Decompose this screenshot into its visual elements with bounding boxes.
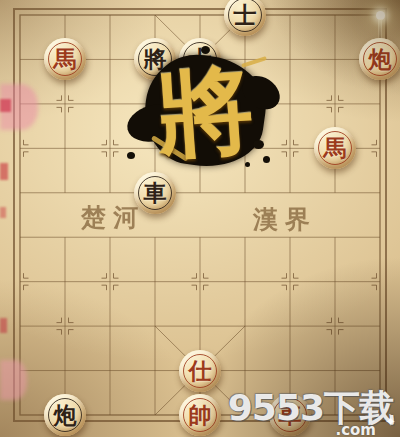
piece-character: 士 xyxy=(224,0,266,36)
piece-character: 馬 xyxy=(314,127,356,169)
piece-red-general[interactable]: 帥 xyxy=(179,394,221,436)
ink-speck xyxy=(263,156,270,163)
piece-character: 炮 xyxy=(44,394,86,436)
ink-speck xyxy=(201,46,210,54)
piece-black-advisor[interactable]: 士 xyxy=(224,0,266,36)
piece-red-chariot[interactable]: 車 xyxy=(269,394,311,436)
piece-red-horse[interactable]: 馬 xyxy=(314,127,356,169)
piece-red-cannon[interactable]: 炮 xyxy=(359,38,400,80)
piece-character: 馬 xyxy=(44,38,86,80)
piece-character: 車 xyxy=(134,172,176,214)
piece-red-advisor[interactable]: 仕 xyxy=(179,350,221,392)
check-announcement-text: 將 xyxy=(149,55,260,170)
piece-red-horse[interactable]: 馬 xyxy=(44,38,86,80)
piece-black-chariot[interactable]: 車 xyxy=(134,172,176,214)
piece-character: 炮 xyxy=(359,38,400,80)
piece-character: 仕 xyxy=(179,350,221,392)
piece-character: 帥 xyxy=(179,394,221,436)
piece-character: 車 xyxy=(269,394,311,436)
river-label-han: 漢界 xyxy=(253,203,317,236)
xiangqi-game-screen: 楚河 漢界 士馬將士炮馬車仕炮帥車 將 9553下载 .com ✦ xyxy=(0,0,400,437)
last-move-origin-glow-dot xyxy=(376,11,385,20)
piece-black-cannon[interactable]: 炮 xyxy=(44,394,86,436)
ink-speck xyxy=(127,152,135,159)
